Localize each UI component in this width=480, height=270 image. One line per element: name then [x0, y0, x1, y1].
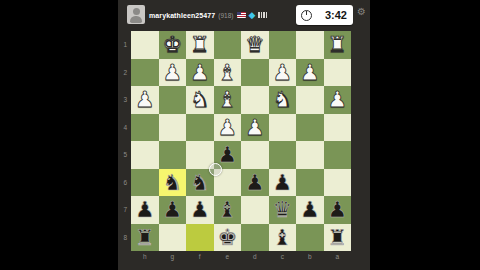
square-b4[interactable] [296, 114, 324, 142]
player-info-bar: marykathleen25477 (918) ◆ [149, 0, 267, 30]
file-label-g: g [159, 252, 187, 264]
rank-label-8: 8 [118, 224, 129, 252]
black-king: ♚ [217, 224, 237, 251]
avatar-head-icon [133, 8, 140, 15]
file-label-c: c [269, 252, 297, 264]
square-d5[interactable] [241, 141, 269, 169]
rank-label-5: 5 [118, 141, 129, 169]
square-e7[interactable]: ♝ [214, 196, 242, 224]
square-a3[interactable]: ♟ [324, 86, 352, 114]
square-c6[interactable]: ♟ [269, 169, 297, 197]
player-clock: 3:42 [296, 5, 353, 25]
square-d4[interactable]: ♟ [241, 114, 269, 142]
white-pawn: ♟ [245, 114, 265, 141]
square-c4[interactable] [269, 114, 297, 142]
cursor-circle [209, 163, 222, 176]
square-h3[interactable]: ♟ [131, 86, 159, 114]
black-pawn: ♟ [245, 169, 265, 196]
square-a8[interactable]: ♜ [324, 224, 352, 252]
square-h8[interactable]: ♜ [131, 224, 159, 252]
black-pawn: ♟ [190, 196, 210, 223]
black-bishop: ♝ [217, 196, 237, 223]
black-knight: ♞ [190, 169, 210, 196]
square-e3[interactable]: ♝ [214, 86, 242, 114]
square-d3[interactable] [241, 86, 269, 114]
square-f2[interactable]: ♟ [186, 59, 214, 87]
square-f7[interactable]: ♟ [186, 196, 214, 224]
square-h2[interactable] [131, 59, 159, 87]
rank-label-2: 2 [118, 59, 129, 87]
diamond-membership-icon: ◆ [249, 11, 256, 20]
square-d1[interactable]: ♛ [241, 31, 269, 59]
white-pawn: ♟ [272, 59, 292, 86]
white-bishop: ♝ [217, 86, 237, 113]
square-b3[interactable] [296, 86, 324, 114]
white-knight: ♞ [272, 86, 292, 113]
white-pawn: ♟ [190, 59, 210, 86]
square-c1[interactable] [269, 31, 297, 59]
square-f5[interactable] [186, 141, 214, 169]
black-knight: ♞ [162, 169, 182, 196]
clock-icon [301, 10, 312, 21]
square-e1[interactable] [214, 31, 242, 59]
white-queen: ♛ [245, 31, 265, 58]
square-a6[interactable] [324, 169, 352, 197]
square-f1[interactable]: ♜ [186, 31, 214, 59]
square-e4[interactable]: ♟ [214, 114, 242, 142]
rank-label-6: 6 [118, 169, 129, 197]
file-label-h: h [131, 252, 159, 264]
square-h6[interactable] [131, 169, 159, 197]
flag-canton [237, 12, 241, 15]
square-b1[interactable] [296, 31, 324, 59]
player-rating: (918) [218, 12, 233, 19]
square-a2[interactable] [324, 59, 352, 87]
square-a4[interactable] [324, 114, 352, 142]
white-rook: ♜ [327, 31, 347, 58]
signal-bars-icon [258, 12, 267, 19]
avatar-body-icon [130, 16, 142, 23]
square-c3[interactable]: ♞ [269, 86, 297, 114]
white-pawn: ♟ [327, 86, 347, 113]
white-knight: ♞ [190, 86, 210, 113]
black-pawn: ♟ [327, 196, 347, 223]
square-g1[interactable]: ♚ [159, 31, 187, 59]
square-d6[interactable]: ♟ [241, 169, 269, 197]
file-labels: hgfedcba [131, 252, 351, 264]
square-c8[interactable]: ♝ [269, 224, 297, 252]
square-a7[interactable]: ♟ [324, 196, 352, 224]
square-b8[interactable] [296, 224, 324, 252]
square-a1[interactable]: ♜ [324, 31, 352, 59]
file-label-a: a [324, 252, 352, 264]
square-f8[interactable] [186, 224, 214, 252]
square-g3[interactable] [159, 86, 187, 114]
chess-app-window: marykathleen25477 (918) ◆ 3:42 ⚙ 1234567… [118, 0, 370, 270]
file-label-e: e [214, 252, 242, 264]
black-pawn: ♟ [272, 169, 292, 196]
chess-board: ♚♜♛♜♟♟♝♟♟♟♞♝♞♟♟♟♟♞♞♟♟♟♟♟♝♛♟♟♜♚♝♜ [131, 31, 351, 251]
black-rook: ♜ [135, 224, 155, 251]
square-g8[interactable] [159, 224, 187, 252]
white-pawn: ♟ [300, 59, 320, 86]
square-b7[interactable]: ♟ [296, 196, 324, 224]
white-rook: ♜ [190, 31, 210, 58]
black-queen: ♛ [272, 196, 292, 223]
black-bishop: ♝ [272, 224, 292, 251]
black-rook: ♜ [327, 224, 347, 251]
square-d8[interactable] [241, 224, 269, 252]
us-flag-icon [237, 12, 246, 18]
square-g5[interactable] [159, 141, 187, 169]
square-f3[interactable]: ♞ [186, 86, 214, 114]
white-pawn: ♟ [162, 59, 182, 86]
white-pawn: ♟ [217, 114, 237, 141]
square-a5[interactable] [324, 141, 352, 169]
square-b6[interactable] [296, 169, 324, 197]
rank-label-1: 1 [118, 31, 129, 59]
square-c5[interactable] [269, 141, 297, 169]
square-f4[interactable] [186, 114, 214, 142]
rank-label-3: 3 [118, 86, 129, 114]
square-d7[interactable] [241, 196, 269, 224]
square-g7[interactable]: ♟ [159, 196, 187, 224]
white-pawn: ♟ [135, 86, 155, 113]
square-d2[interactable] [241, 59, 269, 87]
square-g6[interactable]: ♞ [159, 169, 187, 197]
gear-icon[interactable]: ⚙ [357, 7, 366, 17]
file-label-f: f [186, 252, 214, 264]
letterboxed-screen: marykathleen25477 (918) ◆ 3:42 ⚙ 1234567… [0, 0, 480, 270]
rank-label-7: 7 [118, 196, 129, 224]
square-g4[interactable] [159, 114, 187, 142]
square-b2[interactable]: ♟ [296, 59, 324, 87]
player-avatar[interactable] [127, 5, 145, 24]
square-e2[interactable]: ♝ [214, 59, 242, 87]
square-h4[interactable] [131, 114, 159, 142]
square-h1[interactable] [131, 31, 159, 59]
square-c2[interactable]: ♟ [269, 59, 297, 87]
black-pawn: ♟ [135, 196, 155, 223]
player-username[interactable]: marykathleen25477 [149, 12, 215, 19]
white-bishop: ♝ [217, 59, 237, 86]
square-e8[interactable]: ♚ [214, 224, 242, 252]
square-g2[interactable]: ♟ [159, 59, 187, 87]
square-h7[interactable]: ♟ [131, 196, 159, 224]
file-label-b: b [296, 252, 324, 264]
black-pawn: ♟ [162, 196, 182, 223]
rank-labels: 12345678 [118, 31, 129, 251]
square-c7[interactable]: ♛ [269, 196, 297, 224]
black-pawn: ♟ [300, 196, 320, 223]
white-king: ♚ [162, 31, 182, 58]
clock-time: 3:42 [312, 9, 353, 21]
square-h5[interactable] [131, 141, 159, 169]
file-label-d: d [241, 252, 269, 264]
square-b5[interactable] [296, 141, 324, 169]
rank-label-4: 4 [118, 114, 129, 142]
